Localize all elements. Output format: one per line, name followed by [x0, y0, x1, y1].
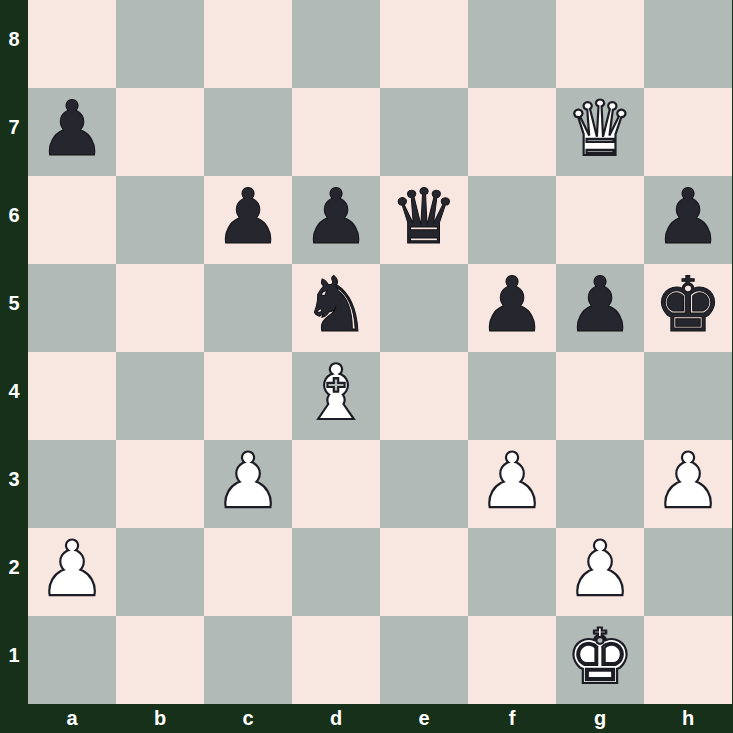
- piece-black-pawn[interactable]: ♟: [214, 173, 282, 261]
- square-f8[interactable]: [468, 0, 556, 88]
- square-e5[interactable]: [380, 264, 468, 352]
- square-a7[interactable]: ♟: [28, 88, 116, 176]
- square-b2[interactable]: [116, 528, 204, 616]
- square-b4[interactable]: [116, 352, 204, 440]
- square-c2[interactable]: [204, 528, 292, 616]
- square-e2[interactable]: [380, 528, 468, 616]
- square-h5[interactable]: ♚: [644, 264, 732, 352]
- square-h6[interactable]: ♟: [644, 176, 732, 264]
- square-g8[interactable]: [556, 0, 644, 88]
- piece-white-pawn[interactable]: ♟: [214, 437, 282, 525]
- rank-label-6: 6: [0, 176, 28, 264]
- piece-black-pawn[interactable]: ♟: [566, 261, 634, 349]
- square-d6[interactable]: ♟: [292, 176, 380, 264]
- chess-board-frame: 87654321 ♟♛♟♟♛♟♞♟♟♚♝♟♟♟♟♟♚ abcdefgh: [0, 0, 733, 733]
- square-c5[interactable]: [204, 264, 292, 352]
- square-e4[interactable]: [380, 352, 468, 440]
- piece-white-bishop[interactable]: ♝: [302, 349, 370, 437]
- file-label-c: c: [204, 704, 292, 733]
- rank-label-7: 7: [0, 88, 28, 176]
- square-g2[interactable]: ♟: [556, 528, 644, 616]
- file-label-h: h: [644, 704, 732, 733]
- file-label-a: a: [28, 704, 116, 733]
- square-a2[interactable]: ♟: [28, 528, 116, 616]
- square-a1[interactable]: [28, 616, 116, 704]
- square-c6[interactable]: ♟: [204, 176, 292, 264]
- square-h1[interactable]: [644, 616, 732, 704]
- piece-black-queen[interactable]: ♛: [390, 173, 458, 261]
- square-a4[interactable]: [28, 352, 116, 440]
- rank-label-4: 4: [0, 352, 28, 440]
- square-a5[interactable]: [28, 264, 116, 352]
- square-a3[interactable]: [28, 440, 116, 528]
- chess-board: ♟♛♟♟♛♟♞♟♟♚♝♟♟♟♟♟♚: [28, 0, 732, 704]
- square-g7[interactable]: ♛: [556, 88, 644, 176]
- piece-white-pawn[interactable]: ♟: [654, 437, 722, 525]
- square-c4[interactable]: [204, 352, 292, 440]
- square-e1[interactable]: [380, 616, 468, 704]
- square-f6[interactable]: [468, 176, 556, 264]
- rank-label-5: 5: [0, 264, 28, 352]
- piece-black-pawn[interactable]: ♟: [654, 173, 722, 261]
- square-g4[interactable]: [556, 352, 644, 440]
- square-b5[interactable]: [116, 264, 204, 352]
- square-h3[interactable]: ♟: [644, 440, 732, 528]
- file-label-f: f: [468, 704, 556, 733]
- square-c3[interactable]: ♟: [204, 440, 292, 528]
- rank-label-1: 1: [0, 616, 28, 704]
- piece-black-knight[interactable]: ♞: [302, 261, 370, 349]
- square-d3[interactable]: [292, 440, 380, 528]
- piece-black-king[interactable]: ♚: [654, 261, 722, 349]
- square-f4[interactable]: [468, 352, 556, 440]
- square-b1[interactable]: [116, 616, 204, 704]
- file-label-g: g: [556, 704, 644, 733]
- square-g5[interactable]: ♟: [556, 264, 644, 352]
- file-label-b: b: [116, 704, 204, 733]
- rank-labels: 87654321: [0, 0, 28, 704]
- square-f7[interactable]: [468, 88, 556, 176]
- square-f3[interactable]: ♟: [468, 440, 556, 528]
- square-d8[interactable]: [292, 0, 380, 88]
- square-h4[interactable]: [644, 352, 732, 440]
- square-e3[interactable]: [380, 440, 468, 528]
- file-label-e: e: [380, 704, 468, 733]
- piece-white-pawn[interactable]: ♟: [38, 525, 106, 613]
- rank-label-8: 8: [0, 0, 28, 88]
- square-b6[interactable]: [116, 176, 204, 264]
- piece-black-pawn[interactable]: ♟: [302, 173, 370, 261]
- square-h7[interactable]: [644, 88, 732, 176]
- square-b3[interactable]: [116, 440, 204, 528]
- file-labels: abcdefgh: [28, 704, 732, 733]
- square-d5[interactable]: ♞: [292, 264, 380, 352]
- piece-white-king[interactable]: ♚: [566, 613, 634, 701]
- square-c7[interactable]: [204, 88, 292, 176]
- square-f1[interactable]: [468, 616, 556, 704]
- piece-black-pawn[interactable]: ♟: [478, 261, 546, 349]
- piece-white-pawn[interactable]: ♟: [566, 525, 634, 613]
- square-a6[interactable]: [28, 176, 116, 264]
- square-b7[interactable]: [116, 88, 204, 176]
- square-e7[interactable]: [380, 88, 468, 176]
- square-f2[interactable]: [468, 528, 556, 616]
- rank-label-2: 2: [0, 528, 28, 616]
- rank-label-3: 3: [0, 440, 28, 528]
- square-e8[interactable]: [380, 0, 468, 88]
- piece-white-queen[interactable]: ♛: [566, 85, 634, 173]
- piece-black-pawn[interactable]: ♟: [38, 85, 106, 173]
- square-d2[interactable]: [292, 528, 380, 616]
- square-e6[interactable]: ♛: [380, 176, 468, 264]
- file-label-d: d: [292, 704, 380, 733]
- square-g1[interactable]: ♚: [556, 616, 644, 704]
- square-c8[interactable]: [204, 0, 292, 88]
- piece-white-pawn[interactable]: ♟: [478, 437, 546, 525]
- square-a8[interactable]: [28, 0, 116, 88]
- square-c1[interactable]: [204, 616, 292, 704]
- square-h2[interactable]: [644, 528, 732, 616]
- square-d7[interactable]: [292, 88, 380, 176]
- square-f5[interactable]: ♟: [468, 264, 556, 352]
- square-h8[interactable]: [644, 0, 732, 88]
- square-g6[interactable]: [556, 176, 644, 264]
- square-d1[interactable]: [292, 616, 380, 704]
- square-b8[interactable]: [116, 0, 204, 88]
- square-d4[interactable]: ♝: [292, 352, 380, 440]
- square-g3[interactable]: [556, 440, 644, 528]
